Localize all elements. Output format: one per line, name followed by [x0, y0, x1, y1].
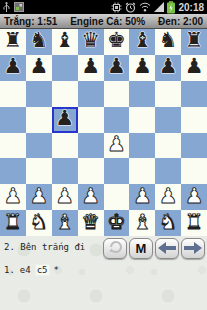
white-knight: ♞ [29, 212, 48, 233]
square-a1[interactable]: ♜ [0, 210, 26, 236]
square-g1[interactable]: ♞ [155, 210, 181, 236]
square-e4[interactable]: ♟ [104, 133, 130, 159]
black-queen: ♛ [81, 30, 100, 51]
square-b1[interactable]: ♞ [26, 210, 52, 236]
square-a7[interactable]: ♟ [0, 55, 26, 81]
square-c7[interactable] [52, 55, 78, 81]
square-f7[interactable]: ♟ [129, 55, 155, 81]
square-d7[interactable]: ♟ [78, 55, 104, 81]
white-knight: ♞ [159, 212, 178, 233]
next-move-button[interactable] [181, 238, 205, 259]
status-clock: 20:18 [178, 2, 204, 13]
android-status-bar: 20:18 [0, 0, 207, 14]
turn-prompt: 2. Bên trắng đi [4, 242, 85, 252]
square-g5[interactable] [155, 107, 181, 133]
engine-status-label: Engine Cá: 50% [70, 16, 145, 27]
black-pawn: ♟ [81, 56, 100, 77]
black-clock-label: Đen: 2:00 [158, 16, 203, 27]
square-g6[interactable] [155, 81, 181, 107]
square-a6[interactable] [0, 81, 26, 107]
black-bishop: ♝ [55, 30, 74, 51]
previous-move-button[interactable] [155, 238, 179, 259]
square-e3[interactable] [104, 158, 130, 184]
square-e7[interactable]: ♟ [104, 55, 130, 81]
white-rook: ♜ [4, 212, 23, 233]
game-clock-bar: Trắng: 1:51 Engine Cá: 50% Đen: 2:00 [0, 14, 207, 29]
square-d5[interactable] [78, 107, 104, 133]
square-g3[interactable] [155, 158, 181, 184]
square-c5[interactable]: ♟ [52, 107, 78, 133]
screenshot-icon [14, 2, 24, 12]
black-pawn: ♟ [107, 56, 126, 77]
square-e6[interactable] [104, 81, 130, 107]
square-d3[interactable] [78, 158, 104, 184]
square-g7[interactable]: ♟ [155, 55, 181, 81]
square-a4[interactable] [0, 133, 26, 159]
square-a8[interactable]: ♜ [0, 29, 26, 55]
square-c3[interactable] [52, 158, 78, 184]
black-knight: ♞ [29, 30, 48, 51]
square-f4[interactable] [129, 133, 155, 159]
square-h5[interactable] [181, 107, 207, 133]
memory-icon [111, 2, 122, 13]
black-pawn: ♟ [55, 108, 74, 129]
square-h1[interactable]: ♜ [181, 210, 207, 236]
white-pawn: ♟ [159, 186, 178, 207]
rotate-board-button[interactable] [103, 238, 127, 259]
white-bishop: ♝ [133, 212, 152, 233]
square-h7[interactable]: ♟ [181, 55, 207, 81]
black-pawn: ♟ [185, 56, 204, 77]
white-pawn: ♟ [107, 134, 126, 155]
square-b3[interactable] [26, 158, 52, 184]
square-d8[interactable]: ♛ [78, 29, 104, 55]
black-pawn: ♟ [4, 56, 23, 77]
square-d4[interactable] [78, 133, 104, 159]
square-b7[interactable]: ♟ [26, 55, 52, 81]
white-pawn: ♟ [29, 186, 48, 207]
move-white[interactable]: e4 [20, 265, 31, 275]
white-bishop: ♝ [55, 212, 74, 233]
arrow-right-icon [184, 240, 202, 258]
black-rook: ♜ [4, 30, 23, 51]
square-a3[interactable] [0, 158, 26, 184]
move-panel: 2. Bên trắng đi M 1. [0, 236, 207, 310]
square-e1[interactable]: ♚ [104, 210, 130, 236]
result-marker: * [54, 265, 59, 275]
square-g8[interactable]: ♞ [155, 29, 181, 55]
board-controls: M [103, 238, 205, 259]
black-knight: ♞ [159, 30, 178, 51]
arrow-left-icon [158, 240, 176, 258]
white-pawn: ♟ [133, 186, 152, 207]
black-pawn: ♟ [29, 56, 48, 77]
square-b2[interactable]: ♟ [26, 184, 52, 210]
square-h4[interactable] [181, 133, 207, 159]
move-number: 1. [4, 265, 15, 275]
square-c8[interactable]: ♝ [52, 29, 78, 55]
square-f1[interactable]: ♝ [129, 210, 155, 236]
black-king: ♚ [107, 30, 126, 51]
square-e5[interactable] [104, 107, 130, 133]
square-b8[interactable]: ♞ [26, 29, 52, 55]
white-king: ♚ [107, 212, 126, 233]
square-f5[interactable] [129, 107, 155, 133]
black-rook: ♜ [185, 30, 204, 51]
white-queen: ♛ [81, 212, 100, 233]
square-d2[interactable]: ♟ [78, 184, 104, 210]
white-pawn: ♟ [185, 186, 204, 207]
white-pawn: ♟ [4, 186, 23, 207]
usb-icon [3, 2, 10, 13]
square-c6[interactable] [52, 81, 78, 107]
square-e2[interactable] [104, 184, 130, 210]
rotate-icon [107, 239, 124, 258]
black-bishop: ♝ [133, 30, 152, 51]
wifi-icon [139, 2, 151, 12]
square-f8[interactable]: ♝ [129, 29, 155, 55]
square-e8[interactable]: ♚ [104, 29, 130, 55]
square-d1[interactable]: ♛ [78, 210, 104, 236]
square-g2[interactable]: ♟ [155, 184, 181, 210]
mode-button[interactable]: M [129, 238, 153, 259]
square-c2[interactable]: ♟ [52, 184, 78, 210]
white-rook: ♜ [185, 212, 204, 233]
move-list: 1. e4 c5 * [4, 265, 59, 275]
square-d6[interactable] [78, 81, 104, 107]
square-h3[interactable] [181, 158, 207, 184]
square-f6[interactable] [129, 81, 155, 107]
chess-app-window: 20:18 Trắng: 1:51 Engine Cá: 50% Đen: 2:… [0, 0, 207, 310]
square-c1[interactable]: ♝ [52, 210, 78, 236]
square-h2[interactable]: ♟ [181, 184, 207, 210]
square-f2[interactable]: ♟ [129, 184, 155, 210]
square-g4[interactable] [155, 133, 181, 159]
square-a5[interactable] [0, 107, 26, 133]
move-black-selected[interactable]: c5 [36, 265, 49, 275]
square-h8[interactable]: ♜ [181, 29, 207, 55]
white-pawn: ♟ [55, 186, 74, 207]
signal-icon [154, 2, 164, 12]
square-a2[interactable]: ♟ [0, 184, 26, 210]
black-pawn: ♟ [159, 56, 178, 77]
white-pawn: ♟ [81, 186, 100, 207]
square-f3[interactable] [129, 158, 155, 184]
alarm-icon [125, 2, 136, 13]
chess-board[interactable]: ♜♞♝♛♚♝♞♜♟♟♟♟♟♟♟♟♟♟♟♟♟♟♟♟♜♞♝♛♚♝♞♜ [0, 29, 207, 236]
white-clock-label: Trắng: 1:51 [4, 16, 57, 27]
square-b5[interactable] [26, 107, 52, 133]
square-c4[interactable] [52, 133, 78, 159]
battery-charging-icon [167, 1, 175, 14]
black-pawn: ♟ [133, 56, 152, 77]
square-h6[interactable] [181, 81, 207, 107]
mode-button-label: M [136, 242, 147, 255]
square-b6[interactable] [26, 81, 52, 107]
square-b4[interactable] [26, 133, 52, 159]
